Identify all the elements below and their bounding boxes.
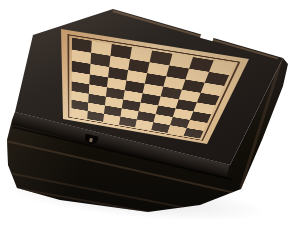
latch-pin <box>89 138 93 143</box>
product-photo <box>0 0 300 231</box>
